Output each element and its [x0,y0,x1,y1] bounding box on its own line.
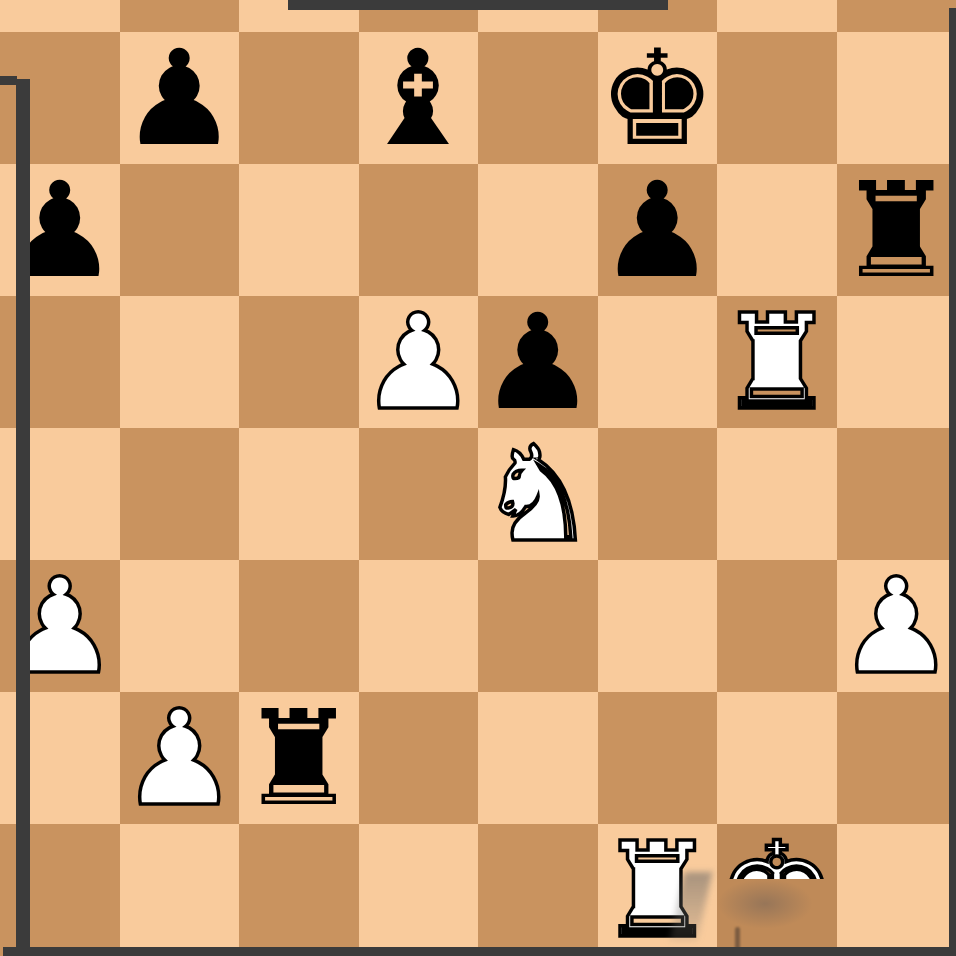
white-pawn[interactable]: ♟ [837,560,955,692]
square-f1[interactable]: ♜ [598,824,718,956]
square-h7[interactable] [837,32,956,164]
square-f6[interactable]: ♟ [598,164,718,296]
square-c6[interactable] [239,164,359,296]
white-knight[interactable]: ♞ [479,428,597,560]
square-h1[interactable] [837,824,956,956]
black-pawn[interactable]: ♟ [120,32,238,164]
square-g2[interactable] [717,692,837,824]
square-g4[interactable] [717,428,837,560]
square-d2[interactable] [359,692,479,824]
square-e6[interactable] [478,164,598,296]
square-f4[interactable] [598,428,718,560]
watermark-smudge-overlay [717,879,837,956]
chess-position-screenshot: ♟♝♚♟♟♜♟♟♜♞♟♟♟♜♜♚ [0,0,956,956]
square-b1[interactable] [120,824,240,956]
square-d5[interactable]: ♟ [359,296,479,428]
square-h6[interactable]: ♜ [837,164,956,296]
square-e7[interactable] [478,32,598,164]
square-b7[interactable]: ♟ [120,32,240,164]
square-f2[interactable] [598,692,718,824]
square-c1[interactable] [239,824,359,956]
square-e4[interactable]: ♞ [478,428,598,560]
square-c5[interactable] [239,296,359,428]
screenshot-border-left [16,79,30,956]
square-c4[interactable] [239,428,359,560]
black-pawn[interactable]: ♟ [479,296,597,428]
square-g7[interactable] [717,32,837,164]
square-h5[interactable] [837,296,956,428]
screenshot-border-left-notch [0,76,17,85]
black-king[interactable]: ♚ [598,32,716,164]
square-g5[interactable]: ♜ [717,296,837,428]
black-pawn[interactable]: ♟ [598,164,716,296]
screenshot-border-bottom [3,947,956,956]
screenshot-border-right [949,8,956,956]
square-b4[interactable] [120,428,240,560]
square-d4[interactable] [359,428,479,560]
square-d3[interactable] [359,560,479,692]
white-pawn[interactable]: ♟ [359,296,477,428]
square-c7[interactable] [239,32,359,164]
square-d1[interactable] [359,824,479,956]
square-f5[interactable] [598,296,718,428]
square-d7[interactable]: ♝ [359,32,479,164]
square-h3[interactable]: ♟ [837,560,956,692]
white-rook[interactable]: ♜ [718,296,836,428]
square-g6[interactable] [717,164,837,296]
square-h8[interactable] [837,0,956,32]
black-bishop[interactable]: ♝ [359,32,477,164]
square-b5[interactable] [120,296,240,428]
white-pawn[interactable]: ♟ [120,692,238,824]
square-b6[interactable] [120,164,240,296]
square-e2[interactable] [478,692,598,824]
square-a8[interactable] [0,0,120,32]
square-g3[interactable] [717,560,837,692]
square-h4[interactable] [837,428,956,560]
square-b3[interactable] [120,560,240,692]
square-f7[interactable]: ♚ [598,32,718,164]
screenshot-border-top [288,0,668,10]
square-f3[interactable] [598,560,718,692]
square-h2[interactable] [837,692,956,824]
square-e3[interactable] [478,560,598,692]
square-d6[interactable] [359,164,479,296]
square-g8[interactable] [717,0,837,32]
square-c3[interactable] [239,560,359,692]
chessboard: ♟♝♚♟♟♜♟♟♜♞♟♟♟♜♜♚ [0,0,956,956]
black-rook[interactable]: ♜ [240,692,358,824]
square-b2[interactable]: ♟ [120,692,240,824]
black-rook[interactable]: ♜ [837,164,955,296]
square-g1[interactable]: ♚ [717,824,837,956]
square-e5[interactable]: ♟ [478,296,598,428]
square-e1[interactable] [478,824,598,956]
square-c2[interactable]: ♜ [239,692,359,824]
